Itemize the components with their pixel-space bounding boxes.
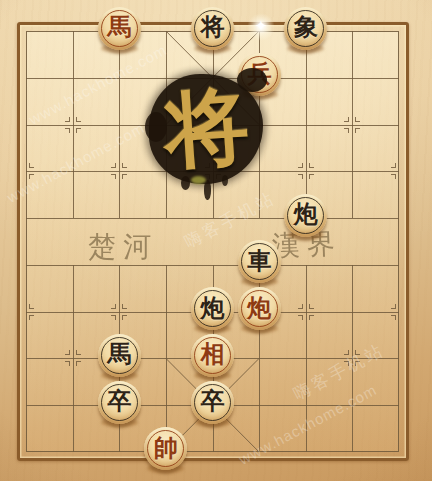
- piece-black-general[interactable]: 将: [191, 7, 234, 50]
- piece-red-elephant[interactable]: 相: [191, 334, 234, 377]
- piece-character: 帥: [154, 436, 178, 460]
- ink-drip: [204, 180, 211, 200]
- piece-red-horse[interactable]: 馬: [98, 7, 141, 50]
- piece-character: 炮: [247, 296, 271, 320]
- piece-character: 馬: [107, 15, 131, 39]
- piece-character: 炮: [201, 296, 225, 320]
- piece-character: 象: [294, 15, 318, 39]
- check-stamp-character: 将: [156, 73, 257, 185]
- piece-character: 相: [201, 342, 225, 366]
- piece-black-cannon[interactable]: 炮: [191, 287, 234, 330]
- piece-character: 卒: [201, 389, 225, 413]
- piece-character: 将: [201, 15, 225, 39]
- piece-black-elephant[interactable]: 象: [284, 7, 327, 50]
- piece-black-soldier[interactable]: 卒: [98, 381, 141, 424]
- piece-character: 卒: [107, 389, 131, 413]
- piece-black-cannon[interactable]: 炮: [284, 194, 327, 237]
- piece-character: 炮: [294, 202, 318, 226]
- piece-red-general[interactable]: 帥: [144, 427, 187, 470]
- piece-black-horse[interactable]: 馬: [98, 334, 141, 377]
- piece-black-soldier[interactable]: 卒: [191, 381, 234, 424]
- xiangqi-screenshot: 楚河 漢界 馬将象兵炮車炮炮馬相卒卒帥 ✦ 将 www.hackhome.com…: [0, 0, 432, 481]
- piece-red-cannon[interactable]: 炮: [238, 287, 281, 330]
- pieces-layer: 馬将象兵炮車炮炮馬相卒卒帥: [0, 0, 432, 481]
- piece-character: 車: [247, 249, 271, 273]
- piece-black-chariot[interactable]: 車: [238, 240, 281, 283]
- piece-character: 馬: [107, 342, 131, 366]
- sparkle-star-icon: ✦: [253, 18, 269, 34]
